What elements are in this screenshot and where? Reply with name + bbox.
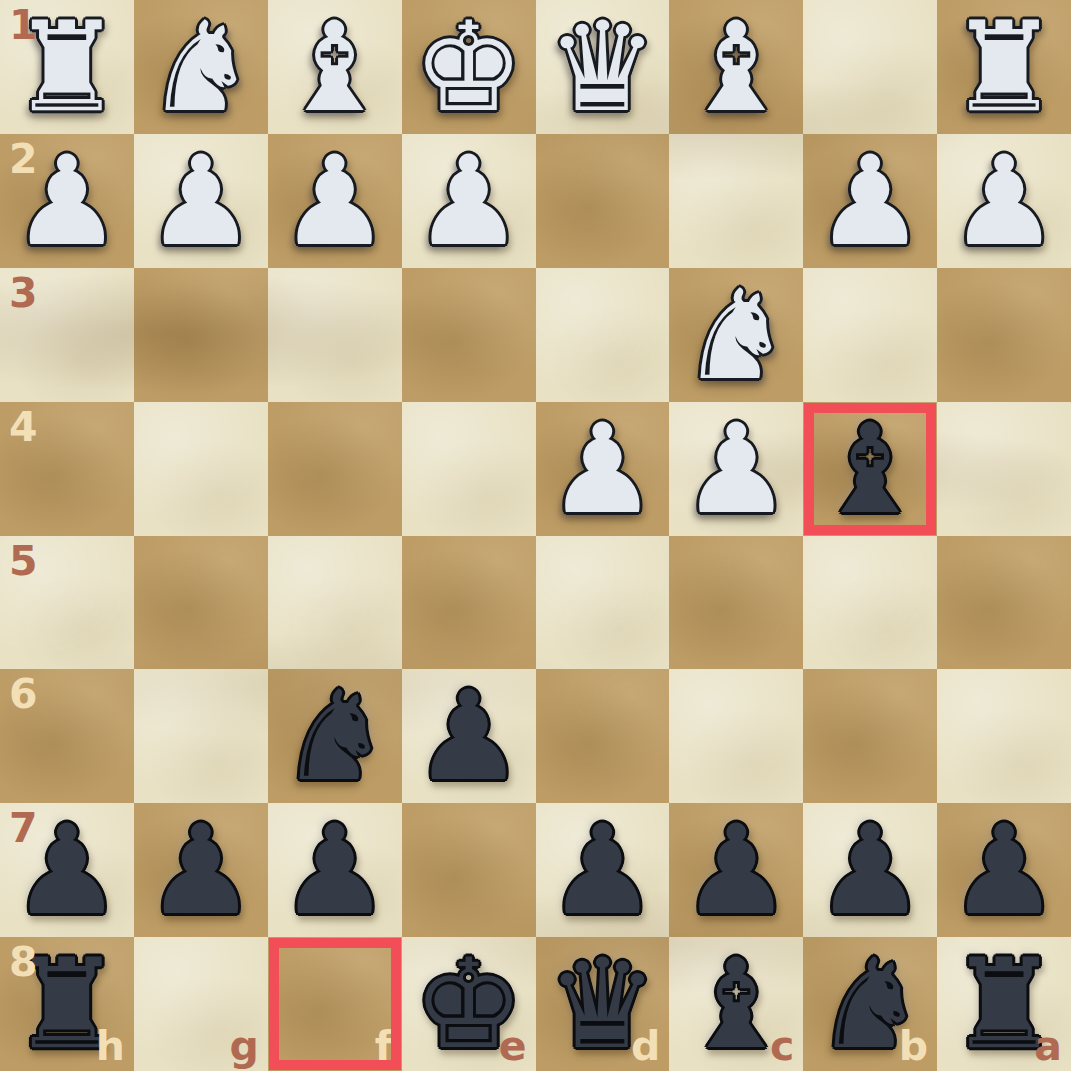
square-g4[interactable] — [134, 402, 268, 536]
square-d4[interactable]: ♟ — [536, 402, 670, 536]
square-a7[interactable]: ♟ — [937, 803, 1071, 937]
square-c8[interactable]: c♝ — [669, 937, 803, 1071]
black-queen-d8[interactable]: ♛ — [536, 937, 670, 1071]
rank-label-6: 6 — [9, 674, 38, 715]
black-king-e8[interactable]: ♚ — [402, 937, 536, 1071]
white-rook-h1[interactable]: ♜ — [0, 0, 134, 134]
black-knight-b8[interactable]: ♞ — [803, 937, 937, 1071]
rank-label-5: 5 — [9, 541, 38, 582]
black-pawn-d7[interactable]: ♟ — [536, 803, 670, 937]
square-f6[interactable]: ♞ — [268, 669, 402, 803]
square-a3[interactable] — [937, 268, 1071, 402]
white-knight-g1[interactable]: ♞ — [134, 0, 268, 134]
square-d3[interactable] — [536, 268, 670, 402]
square-e4[interactable] — [402, 402, 536, 536]
square-c3[interactable]: ♞ — [669, 268, 803, 402]
white-pawn-c4[interactable]: ♟ — [669, 402, 803, 536]
square-b4[interactable]: ♝ — [803, 402, 937, 536]
black-pawn-e6[interactable]: ♟ — [402, 669, 536, 803]
square-e2[interactable]: ♟ — [402, 134, 536, 268]
square-a2[interactable]: ♟ — [937, 134, 1071, 268]
square-h7[interactable]: 7♟ — [0, 803, 134, 937]
square-f5[interactable] — [268, 536, 402, 670]
square-e6[interactable]: ♟ — [402, 669, 536, 803]
square-d5[interactable] — [536, 536, 670, 670]
black-pawn-c7[interactable]: ♟ — [669, 803, 803, 937]
square-g3[interactable] — [134, 268, 268, 402]
square-c6[interactable] — [669, 669, 803, 803]
white-pawn-d4[interactable]: ♟ — [536, 402, 670, 536]
square-h3[interactable]: 3 — [0, 268, 134, 402]
white-queen-d1[interactable]: ♛ — [536, 0, 670, 134]
white-pawn-g2[interactable]: ♟ — [134, 134, 268, 268]
square-f2[interactable]: ♟ — [268, 134, 402, 268]
square-a1[interactable]: ♜ — [937, 0, 1071, 134]
black-bishop-c8[interactable]: ♝ — [669, 937, 803, 1071]
square-c1[interactable]: ♝ — [669, 0, 803, 134]
square-h6[interactable]: 6 — [0, 669, 134, 803]
file-label-g: g — [229, 1026, 258, 1067]
square-a8[interactable]: a♜ — [937, 937, 1071, 1071]
black-pawn-g7[interactable]: ♟ — [134, 803, 268, 937]
square-c2[interactable] — [669, 134, 803, 268]
white-pawn-b2[interactable]: ♟ — [803, 134, 937, 268]
square-h8[interactable]: 8h♜ — [0, 937, 134, 1071]
square-h2[interactable]: 2♟ — [0, 134, 134, 268]
square-b5[interactable] — [803, 536, 937, 670]
black-rook-a8[interactable]: ♜ — [937, 937, 1071, 1071]
square-d8[interactable]: d♛ — [536, 937, 670, 1071]
chess-board: 1♜♞♝♚♛♝♜2♟♟♟♟♟♟3♞4♟♟♝56♞♟7♟♟♟♟♟♟♟8h♜gfe♚… — [0, 0, 1071, 1071]
square-g5[interactable] — [134, 536, 268, 670]
black-pawn-a7[interactable]: ♟ — [937, 803, 1071, 937]
square-f3[interactable] — [268, 268, 402, 402]
black-pawn-h7[interactable]: ♟ — [0, 803, 134, 937]
black-bishop-b4[interactable]: ♝ — [803, 402, 937, 536]
square-f1[interactable]: ♝ — [268, 0, 402, 134]
square-b7[interactable]: ♟ — [803, 803, 937, 937]
white-knight-c3[interactable]: ♞ — [669, 268, 803, 402]
square-e5[interactable] — [402, 536, 536, 670]
white-pawn-f2[interactable]: ♟ — [268, 134, 402, 268]
square-f8[interactable]: f — [268, 937, 402, 1071]
square-h1[interactable]: 1♜ — [0, 0, 134, 134]
square-d6[interactable] — [536, 669, 670, 803]
square-b6[interactable] — [803, 669, 937, 803]
square-a6[interactable] — [937, 669, 1071, 803]
black-pawn-b7[interactable]: ♟ — [803, 803, 937, 937]
white-pawn-a2[interactable]: ♟ — [937, 134, 1071, 268]
white-king-e1[interactable]: ♚ — [402, 0, 536, 134]
square-a4[interactable] — [937, 402, 1071, 536]
white-bishop-f1[interactable]: ♝ — [268, 0, 402, 134]
black-knight-f6[interactable]: ♞ — [268, 669, 402, 803]
square-c7[interactable]: ♟ — [669, 803, 803, 937]
white-rook-a1[interactable]: ♜ — [937, 0, 1071, 134]
square-g1[interactable]: ♞ — [134, 0, 268, 134]
square-f4[interactable] — [268, 402, 402, 536]
square-c4[interactable]: ♟ — [669, 402, 803, 536]
square-g7[interactable]: ♟ — [134, 803, 268, 937]
white-pawn-h2[interactable]: ♟ — [0, 134, 134, 268]
square-e3[interactable] — [402, 268, 536, 402]
square-d2[interactable] — [536, 134, 670, 268]
square-d1[interactable]: ♛ — [536, 0, 670, 134]
square-a5[interactable] — [937, 536, 1071, 670]
square-h5[interactable]: 5 — [0, 536, 134, 670]
last-move-highlight-f8 — [269, 938, 401, 1070]
square-g8[interactable]: g — [134, 937, 268, 1071]
white-pawn-e2[interactable]: ♟ — [402, 134, 536, 268]
square-h4[interactable]: 4 — [0, 402, 134, 536]
square-b3[interactable] — [803, 268, 937, 402]
file-label-f: f — [375, 1026, 393, 1067]
black-pawn-f7[interactable]: ♟ — [268, 803, 402, 937]
black-rook-h8[interactable]: ♜ — [0, 937, 134, 1071]
square-f7[interactable]: ♟ — [268, 803, 402, 937]
rank-label-4: 4 — [9, 407, 38, 448]
square-c5[interactable] — [669, 536, 803, 670]
square-b1[interactable] — [803, 0, 937, 134]
square-g2[interactable]: ♟ — [134, 134, 268, 268]
white-bishop-c1[interactable]: ♝ — [669, 0, 803, 134]
square-e7[interactable] — [402, 803, 536, 937]
rank-label-3: 3 — [9, 273, 38, 314]
square-e1[interactable]: ♚ — [402, 0, 536, 134]
square-e8[interactable]: e♚ — [402, 937, 536, 1071]
square-g6[interactable] — [134, 669, 268, 803]
square-d7[interactable]: ♟ — [536, 803, 670, 937]
square-b2[interactable]: ♟ — [803, 134, 937, 268]
square-b8[interactable]: b♞ — [803, 937, 937, 1071]
